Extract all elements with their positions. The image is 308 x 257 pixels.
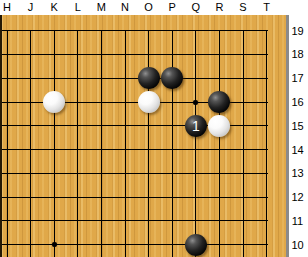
grid-line-horizontal <box>0 220 268 221</box>
grid-line-horizontal <box>0 197 268 198</box>
column-label: P <box>163 0 181 15</box>
board-left-edge <box>0 15 2 257</box>
grid-line-vertical <box>101 31 102 257</box>
row-label: 18 <box>289 47 306 61</box>
row-label: 17 <box>289 71 306 85</box>
grid-line-vertical <box>148 31 149 257</box>
column-label: R <box>210 0 228 15</box>
column-label: K <box>45 0 63 15</box>
grid-line-vertical <box>266 31 267 257</box>
row-label: 10 <box>289 238 306 252</box>
row-label: 13 <box>289 166 306 180</box>
row-label: 16 <box>289 95 306 109</box>
go-app-window: HJKLMNOPQRST 19181716151413121110 1 <box>0 0 308 257</box>
move-number-label: 1 <box>192 119 200 133</box>
row-labels: 19181716151413121110 <box>289 0 308 257</box>
white-stone <box>43 91 65 113</box>
column-label: O <box>140 0 158 15</box>
grid-line-vertical <box>7 31 8 257</box>
white-stone <box>138 91 160 113</box>
grid-line-vertical <box>219 31 220 257</box>
grid-line-horizontal <box>0 54 268 55</box>
column-label: H <box>0 0 16 15</box>
column-label: L <box>69 0 87 15</box>
grid-line-horizontal <box>0 78 268 79</box>
grid-line-vertical <box>195 31 196 257</box>
black-stone <box>185 234 207 256</box>
grid-line-vertical <box>77 31 78 257</box>
grid-line-horizontal <box>0 149 268 150</box>
star-point <box>52 242 57 247</box>
grid-line-horizontal <box>0 30 268 31</box>
column-labels: HJKLMNOPQRST <box>0 0 290 15</box>
row-label: 19 <box>289 24 306 38</box>
column-label: J <box>22 0 40 15</box>
go-board[interactable]: 1 <box>0 15 286 257</box>
column-label: Q <box>187 0 205 15</box>
star-point <box>193 100 198 105</box>
grid-line-vertical <box>243 31 244 257</box>
grid-line-vertical <box>172 31 173 257</box>
black-stone <box>138 67 160 89</box>
grid-line-vertical <box>54 31 55 257</box>
black-stone: 1 <box>185 115 207 137</box>
row-label: 11 <box>289 214 306 228</box>
board-right-shadow <box>286 15 289 257</box>
black-stone <box>208 91 230 113</box>
grid-line-vertical <box>30 31 31 257</box>
column-label: T <box>258 0 276 15</box>
row-label: 15 <box>289 119 306 133</box>
black-stone <box>161 67 183 89</box>
white-stone <box>208 115 230 137</box>
column-label: M <box>92 0 110 15</box>
row-label: 12 <box>289 190 306 204</box>
row-label: 14 <box>289 143 306 157</box>
grid-line-horizontal <box>0 244 268 245</box>
column-label: N <box>116 0 134 15</box>
grid-line-vertical <box>125 31 126 257</box>
column-label: S <box>234 0 252 15</box>
grid-line-horizontal <box>0 173 268 174</box>
